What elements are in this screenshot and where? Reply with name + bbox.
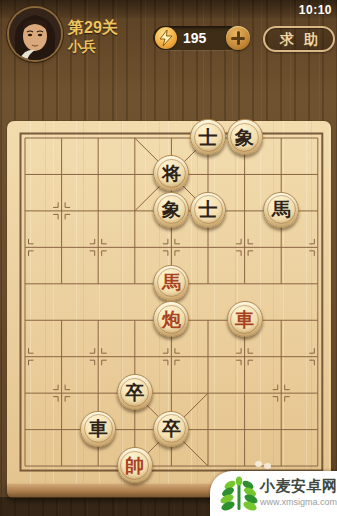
player-avatar[interactable] <box>9 8 61 60</box>
piece-character: 卒 <box>125 383 144 402</box>
level-number: 第29关 <box>68 18 118 38</box>
energy-count: 195 <box>183 30 206 46</box>
wheat-logo-icon <box>220 476 258 512</box>
piece-red-cannon[interactable]: 炮 <box>153 301 189 337</box>
piece-character: 馬 <box>272 200 291 219</box>
piece-character: 将 <box>162 164 181 183</box>
level-name: 小兵 <box>68 38 118 56</box>
piece-black-chariot[interactable]: 車 <box>80 411 116 447</box>
watermark-site-name: 小麦安卓网 <box>260 477 337 496</box>
game-screen: 士象将象士馬馬炮車卒車卒帥 10:10 第29关 小兵 195 <box>0 0 337 516</box>
piece-character: 士 <box>199 127 218 146</box>
avatar-portrait-icon <box>9 8 61 60</box>
piece-red-general[interactable]: 帥 <box>117 447 153 483</box>
piece-black-pawn[interactable]: 卒 <box>153 411 189 447</box>
piece-black-advisor[interactable]: 士 <box>190 119 226 155</box>
piece-black-elephant[interactable]: 象 <box>227 119 263 155</box>
watermark-banner: 小麦安卓网 www.xmsigma.com <box>210 471 337 516</box>
piece-black-general[interactable]: 将 <box>153 155 189 191</box>
piece-red-chariot[interactable]: 車 <box>227 301 263 337</box>
decor-dot <box>255 461 262 467</box>
piece-character: 車 <box>235 310 254 329</box>
piece-character: 士 <box>199 200 218 219</box>
piece-character: 炮 <box>162 310 181 329</box>
piece-character: 象 <box>235 127 254 146</box>
watermark-site-url: www.xmsigma.com <box>260 497 337 507</box>
piece-black-elephant[interactable]: 象 <box>153 192 189 228</box>
lightning-icon <box>155 27 177 49</box>
piece-character: 卒 <box>162 419 181 438</box>
piece-character: 車 <box>89 419 108 438</box>
decor-dot <box>264 463 271 469</box>
clock-time: 10:10 <box>299 3 332 17</box>
piece-red-horse[interactable]: 馬 <box>153 265 189 301</box>
piece-character: 馬 <box>162 273 181 292</box>
add-energy-button[interactable] <box>226 26 250 50</box>
piece-character: 帥 <box>125 455 144 474</box>
piece-character: 象 <box>162 200 181 219</box>
level-info: 第29关 小兵 <box>68 18 118 56</box>
piece-black-pawn[interactable]: 卒 <box>117 374 153 410</box>
piece-black-advisor[interactable]: 士 <box>190 192 226 228</box>
help-button[interactable]: 求助 <box>263 26 335 52</box>
piece-black-horse[interactable]: 馬 <box>263 192 299 228</box>
